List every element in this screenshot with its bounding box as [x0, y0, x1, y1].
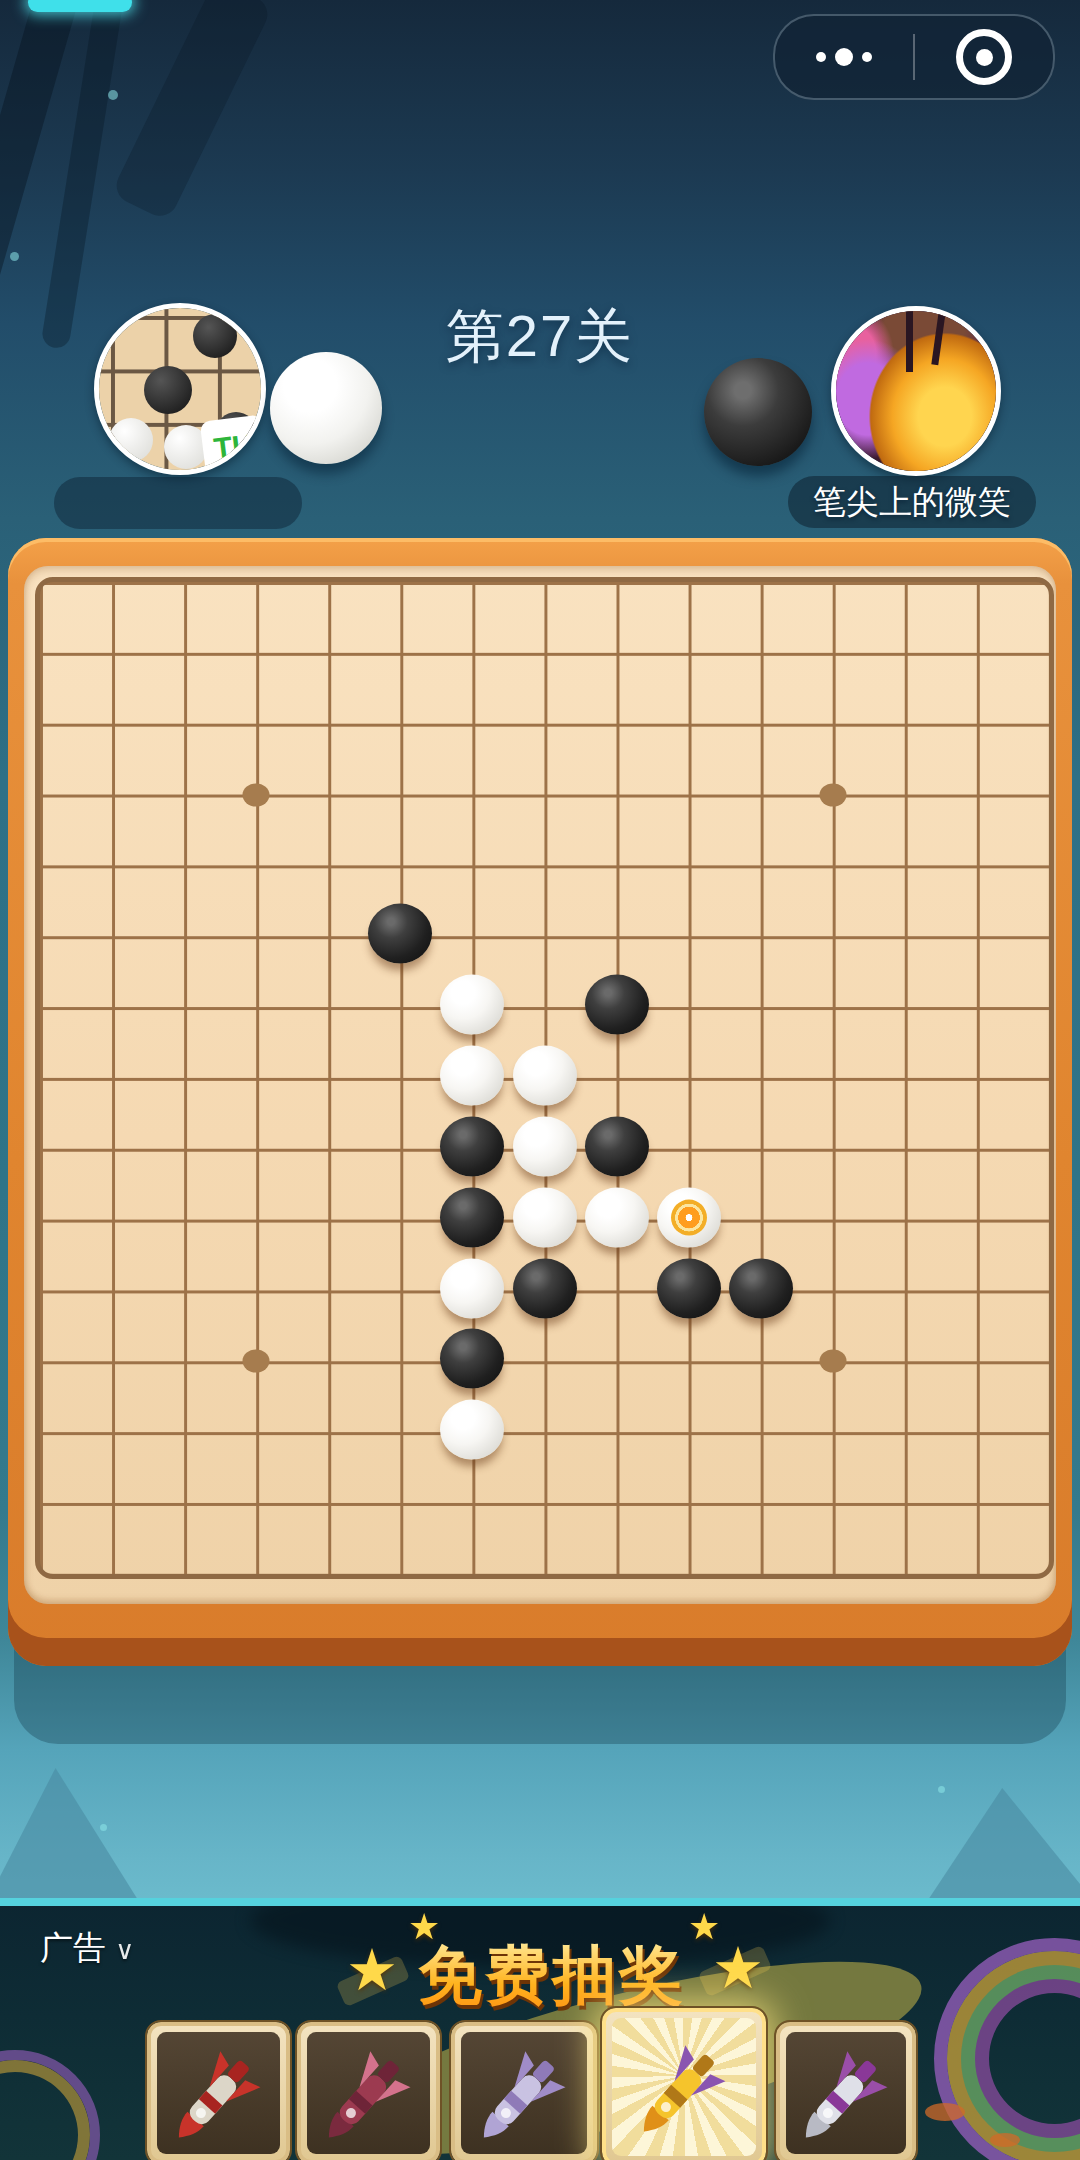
red-missile-icon	[157, 2032, 280, 2154]
left-player-nameplate	[54, 477, 302, 529]
stone-white	[440, 1400, 504, 1460]
stone-black	[513, 1258, 577, 1318]
right-player-nameplate: 笔尖上的微笑	[788, 476, 1036, 528]
white-stone-indicator	[270, 352, 382, 464]
stones-layer[interactable]	[40, 582, 1049, 1574]
prize-card-highlighted	[602, 2008, 766, 2160]
left-player-avatar: TU	[94, 303, 266, 475]
last-move-marker	[671, 1199, 707, 1235]
lavender-missile-icon	[461, 2032, 587, 2154]
ellipsis-icon	[816, 52, 826, 62]
stone-white	[657, 1187, 721, 1247]
stone-white	[513, 1046, 577, 1106]
stone-black	[729, 1258, 793, 1318]
stone-black	[440, 1329, 504, 1389]
stone-black	[440, 1187, 504, 1247]
star-icon: ★	[346, 1936, 398, 2004]
star-point	[243, 1350, 270, 1373]
star-point	[819, 1350, 846, 1373]
more-button[interactable]	[775, 48, 913, 66]
ad-banner[interactable]: 广告 ∨ 免费抽奖 ★ ★ ★ ★	[0, 1898, 1080, 2160]
stone-white	[440, 975, 504, 1035]
cyan-glow-fragment	[28, 0, 132, 12]
ellipsis-icon	[862, 52, 872, 62]
stone-black	[585, 975, 649, 1035]
stone-white	[585, 1187, 649, 1247]
stone-white	[513, 1187, 577, 1247]
exit-button[interactable]	[915, 29, 1053, 85]
stone-white	[440, 1046, 504, 1106]
stone-black	[440, 1116, 504, 1176]
right-player-name: 笔尖上的微笑	[813, 480, 1011, 525]
star-icon: ★	[408, 1906, 440, 1948]
ad-top-strip	[0, 1898, 1080, 1906]
star-point	[819, 783, 846, 806]
prize-card	[147, 2022, 290, 2160]
ring-decoration	[0, 2050, 100, 2160]
prize-card	[776, 2022, 916, 2160]
lantern-photo	[836, 311, 996, 471]
star-point	[243, 783, 270, 806]
stone-white	[440, 1258, 504, 1318]
star-icon: ★	[712, 1934, 764, 2002]
bubble	[10, 252, 19, 261]
bubble	[938, 1786, 945, 1793]
go-board-photo: TU	[99, 308, 261, 470]
gold-missile-icon	[612, 2018, 756, 2156]
stone-black	[585, 1116, 649, 1176]
stone-black	[368, 904, 432, 964]
ellipsis-icon	[835, 48, 853, 66]
black-stone-indicator	[704, 358, 812, 466]
stone-white	[513, 1116, 577, 1176]
silver-missile-icon	[786, 2032, 906, 2154]
small-fish	[990, 2133, 1020, 2147]
crimson-missile-icon	[307, 2032, 430, 2154]
stone-black	[657, 1258, 721, 1318]
target-circle-icon	[956, 29, 1012, 85]
right-player-avatar	[831, 306, 1001, 476]
small-fish	[925, 2103, 965, 2121]
ad-headline: 免费抽奖	[0, 1932, 1080, 2019]
prize-card	[297, 2022, 440, 2160]
prize-card	[451, 2022, 597, 2160]
bubble	[108, 90, 118, 100]
bubble	[100, 1824, 107, 1831]
miniprogram-capsule	[773, 14, 1055, 100]
